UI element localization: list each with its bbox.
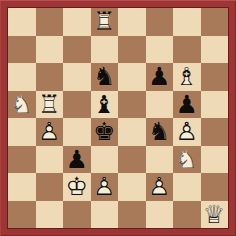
square-f1[interactable] [146, 201, 174, 229]
square-h4[interactable] [201, 118, 229, 146]
black-knight-piece[interactable]: ♞ [146, 118, 174, 146]
piece-glyph: ♟ [63, 146, 91, 174]
square-g5[interactable]: ♟ [173, 91, 201, 119]
square-e4[interactable] [118, 118, 146, 146]
square-a3[interactable] [8, 146, 36, 174]
square-h2[interactable] [201, 173, 229, 201]
square-g1[interactable] [173, 201, 201, 229]
square-h8[interactable] [201, 8, 229, 36]
square-c1[interactable] [63, 201, 91, 229]
square-a8[interactable] [8, 8, 36, 36]
piece-glyph: ♞ [146, 118, 174, 146]
white-pawn-piece[interactable]: ♟♙ [91, 173, 119, 201]
square-a5[interactable]: ♞♘ [8, 91, 36, 119]
white-pawn-piece[interactable]: ♟♙ [146, 173, 174, 201]
white-bishop-piece[interactable]: ♝♗ [173, 63, 201, 91]
square-f3[interactable] [146, 146, 174, 174]
piece-outline-layer: ♗ [173, 63, 201, 91]
chess-board: ♜♖♞♟♝♗♞♘♜♖♝♟♟♙♚♞♟♙♟♞♘♚♔♟♙♟♙♛♕ [8, 8, 228, 228]
piece-outline-layer: ♙ [146, 173, 174, 201]
square-b7[interactable] [36, 36, 64, 64]
piece-outline-layer: ♔ [63, 173, 91, 201]
square-h1[interactable]: ♛♕ [201, 201, 229, 229]
square-e6[interactable] [118, 63, 146, 91]
piece-glyph: ♟ [173, 91, 201, 119]
square-d7[interactable] [91, 36, 119, 64]
white-pawn-piece[interactable]: ♟♙ [36, 118, 64, 146]
square-g4[interactable]: ♟♙ [173, 118, 201, 146]
square-b5[interactable]: ♜♖ [36, 91, 64, 119]
square-a2[interactable] [8, 173, 36, 201]
square-c7[interactable] [63, 36, 91, 64]
piece-outline-layer: ♘ [173, 146, 201, 174]
square-h3[interactable] [201, 146, 229, 174]
square-e5[interactable] [118, 91, 146, 119]
square-c5[interactable] [63, 91, 91, 119]
square-g8[interactable] [173, 8, 201, 36]
piece-glyph: ♟ [146, 63, 174, 91]
square-d8[interactable]: ♜♖ [91, 8, 119, 36]
square-d1[interactable] [91, 201, 119, 229]
square-d2[interactable]: ♟♙ [91, 173, 119, 201]
square-a6[interactable] [8, 63, 36, 91]
white-pawn-piece[interactable]: ♟♙ [173, 118, 201, 146]
board-frame: ♜♖♞♟♝♗♞♘♜♖♝♟♟♙♚♞♟♙♟♞♘♚♔♟♙♟♙♛♕ [0, 0, 236, 236]
square-a7[interactable] [8, 36, 36, 64]
square-e1[interactable] [118, 201, 146, 229]
square-f8[interactable] [146, 8, 174, 36]
square-e3[interactable] [118, 146, 146, 174]
piece-outline-layer: ♘ [8, 91, 36, 119]
black-pawn-piece[interactable]: ♟ [146, 63, 174, 91]
square-c6[interactable] [63, 63, 91, 91]
black-king-piece[interactable]: ♚ [91, 118, 119, 146]
square-f6[interactable]: ♟ [146, 63, 174, 91]
square-h5[interactable] [201, 91, 229, 119]
black-pawn-piece[interactable]: ♟ [173, 91, 201, 119]
square-d4[interactable]: ♚ [91, 118, 119, 146]
square-g6[interactable]: ♝♗ [173, 63, 201, 91]
square-f2[interactable]: ♟♙ [146, 173, 174, 201]
piece-outline-layer: ♖ [91, 8, 119, 36]
white-knight-piece[interactable]: ♞♘ [173, 146, 201, 174]
square-d5[interactable]: ♝ [91, 91, 119, 119]
square-a1[interactable] [8, 201, 36, 229]
white-knight-piece[interactable]: ♞♘ [8, 91, 36, 119]
piece-outline-layer: ♙ [36, 118, 64, 146]
black-pawn-piece[interactable]: ♟ [63, 146, 91, 174]
square-d3[interactable] [91, 146, 119, 174]
square-b3[interactable] [36, 146, 64, 174]
piece-glyph: ♞ [91, 63, 119, 91]
square-h7[interactable] [201, 36, 229, 64]
black-bishop-piece[interactable]: ♝ [91, 91, 119, 119]
square-g2[interactable] [173, 173, 201, 201]
piece-glyph: ♝ [91, 91, 119, 119]
piece-outline-layer: ♙ [91, 173, 119, 201]
square-c3[interactable]: ♟ [63, 146, 91, 174]
square-d6[interactable]: ♞ [91, 63, 119, 91]
white-rook-piece[interactable]: ♜♖ [36, 91, 64, 119]
square-e7[interactable] [118, 36, 146, 64]
piece-outline-layer: ♕ [201, 201, 229, 229]
square-b8[interactable] [36, 8, 64, 36]
piece-outline-layer: ♖ [36, 91, 64, 119]
square-b6[interactable] [36, 63, 64, 91]
black-knight-piece[interactable]: ♞ [91, 63, 119, 91]
square-g3[interactable]: ♞♘ [173, 146, 201, 174]
piece-glyph: ♚ [91, 118, 119, 146]
piece-outline-layer: ♙ [173, 118, 201, 146]
square-f5[interactable] [146, 91, 174, 119]
square-f4[interactable]: ♞ [146, 118, 174, 146]
square-h6[interactable] [201, 63, 229, 91]
white-king-piece[interactable]: ♚♔ [63, 173, 91, 201]
square-e8[interactable] [118, 8, 146, 36]
square-c8[interactable] [63, 8, 91, 36]
square-b2[interactable] [36, 173, 64, 201]
square-b1[interactable] [36, 201, 64, 229]
square-g7[interactable] [173, 36, 201, 64]
square-b4[interactable]: ♟♙ [36, 118, 64, 146]
square-c4[interactable] [63, 118, 91, 146]
square-f7[interactable] [146, 36, 174, 64]
square-a4[interactable] [8, 118, 36, 146]
square-e2[interactable] [118, 173, 146, 201]
white-queen-piece[interactable]: ♛♕ [201, 201, 229, 229]
white-rook-piece[interactable]: ♜♖ [91, 8, 119, 36]
square-c2[interactable]: ♚♔ [63, 173, 91, 201]
